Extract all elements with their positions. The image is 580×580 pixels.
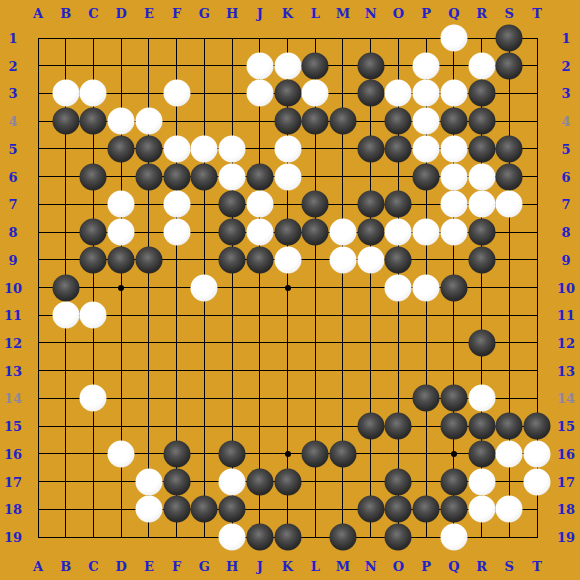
row-label-left: 6 bbox=[8, 170, 17, 183]
star-point bbox=[118, 285, 124, 291]
row-label-left: 11 bbox=[4, 309, 22, 322]
grid-line-horizontal bbox=[38, 315, 538, 316]
black-stone[interactable] bbox=[191, 496, 218, 523]
row-label-right: 14 bbox=[557, 392, 575, 405]
column-label-top: F bbox=[172, 7, 181, 20]
column-label-bottom: T bbox=[532, 560, 542, 573]
white-stone[interactable] bbox=[135, 468, 162, 495]
column-label-top: B bbox=[60, 7, 71, 20]
row-label-right: 2 bbox=[561, 59, 570, 72]
black-stone[interactable] bbox=[135, 163, 162, 190]
black-stone[interactable] bbox=[163, 468, 190, 495]
white-stone[interactable] bbox=[52, 80, 79, 107]
white-stone[interactable] bbox=[246, 219, 273, 246]
column-label-bottom: K bbox=[282, 560, 293, 573]
black-stone[interactable] bbox=[440, 496, 467, 523]
black-stone[interactable] bbox=[385, 191, 412, 218]
white-stone[interactable] bbox=[108, 219, 135, 246]
black-stone[interactable] bbox=[302, 191, 329, 218]
black-stone[interactable] bbox=[329, 524, 356, 551]
white-stone[interactable] bbox=[108, 108, 135, 135]
white-stone[interactable] bbox=[163, 219, 190, 246]
black-stone[interactable] bbox=[274, 468, 301, 495]
white-stone[interactable] bbox=[385, 274, 412, 301]
column-label-bottom: D bbox=[116, 560, 127, 573]
black-stone[interactable] bbox=[468, 440, 495, 467]
black-stone[interactable] bbox=[468, 80, 495, 107]
white-stone[interactable] bbox=[135, 496, 162, 523]
white-stone[interactable] bbox=[413, 52, 440, 79]
black-stone[interactable] bbox=[80, 246, 107, 273]
column-label-bottom: E bbox=[144, 560, 154, 573]
black-stone[interactable] bbox=[440, 413, 467, 440]
white-stone[interactable] bbox=[385, 80, 412, 107]
white-stone[interactable] bbox=[52, 302, 79, 329]
column-label-bottom: M bbox=[336, 560, 350, 573]
column-label-top: J bbox=[257, 7, 263, 20]
black-stone[interactable] bbox=[246, 468, 273, 495]
black-stone[interactable] bbox=[219, 440, 246, 467]
black-stone[interactable] bbox=[468, 413, 495, 440]
black-stone[interactable] bbox=[385, 108, 412, 135]
row-label-right: 6 bbox=[561, 170, 570, 183]
column-label-top: R bbox=[476, 7, 487, 20]
white-stone[interactable] bbox=[440, 163, 467, 190]
white-stone[interactable] bbox=[385, 219, 412, 246]
row-label-left: 2 bbox=[8, 59, 17, 72]
column-label-top: T bbox=[532, 7, 542, 20]
black-stone[interactable] bbox=[246, 163, 273, 190]
white-stone[interactable] bbox=[163, 80, 190, 107]
white-stone[interactable] bbox=[80, 385, 107, 412]
white-stone[interactable] bbox=[524, 468, 551, 495]
black-stone[interactable] bbox=[496, 52, 523, 79]
row-label-right: 17 bbox=[557, 475, 575, 488]
black-stone[interactable] bbox=[357, 413, 384, 440]
black-stone[interactable] bbox=[80, 219, 107, 246]
grid-line-horizontal bbox=[38, 370, 538, 371]
black-stone[interactable] bbox=[413, 385, 440, 412]
black-stone[interactable] bbox=[246, 246, 273, 273]
column-label-top: K bbox=[282, 7, 293, 20]
row-label-left: 1 bbox=[8, 32, 17, 45]
grid-line-horizontal bbox=[38, 342, 538, 343]
row-label-right: 5 bbox=[561, 142, 570, 155]
black-stone[interactable] bbox=[413, 496, 440, 523]
white-stone[interactable] bbox=[302, 80, 329, 107]
black-stone[interactable] bbox=[108, 246, 135, 273]
row-label-right: 18 bbox=[557, 503, 575, 516]
white-stone[interactable] bbox=[191, 274, 218, 301]
row-label-left: 12 bbox=[4, 336, 22, 349]
column-label-bottom: F bbox=[172, 560, 181, 573]
black-stone[interactable] bbox=[274, 108, 301, 135]
white-stone[interactable] bbox=[468, 385, 495, 412]
row-label-right: 11 bbox=[557, 309, 575, 322]
row-label-left: 10 bbox=[4, 281, 22, 294]
white-stone[interactable] bbox=[496, 191, 523, 218]
white-stone[interactable] bbox=[524, 440, 551, 467]
white-stone[interactable] bbox=[219, 524, 246, 551]
column-label-top: N bbox=[365, 7, 377, 20]
white-stone[interactable] bbox=[440, 524, 467, 551]
black-stone[interactable] bbox=[108, 135, 135, 162]
white-stone[interactable] bbox=[440, 219, 467, 246]
black-stone[interactable] bbox=[274, 80, 301, 107]
white-stone[interactable] bbox=[413, 135, 440, 162]
black-stone[interactable] bbox=[302, 108, 329, 135]
white-stone[interactable] bbox=[274, 246, 301, 273]
row-label-right: 3 bbox=[561, 87, 570, 100]
column-label-bottom: J bbox=[257, 560, 263, 573]
column-label-top: L bbox=[311, 7, 320, 20]
black-stone[interactable] bbox=[163, 440, 190, 467]
white-stone[interactable] bbox=[468, 191, 495, 218]
black-stone[interactable] bbox=[496, 25, 523, 52]
row-label-left: 5 bbox=[8, 142, 17, 155]
white-stone[interactable] bbox=[274, 135, 301, 162]
row-label-left: 3 bbox=[8, 87, 17, 100]
white-stone[interactable] bbox=[468, 163, 495, 190]
white-stone[interactable] bbox=[80, 80, 107, 107]
white-stone[interactable] bbox=[274, 52, 301, 79]
column-label-bottom: A bbox=[33, 560, 43, 573]
column-label-bottom: R bbox=[476, 560, 487, 573]
black-stone[interactable] bbox=[357, 496, 384, 523]
white-stone[interactable] bbox=[135, 108, 162, 135]
white-stone[interactable] bbox=[440, 25, 467, 52]
row-label-left: 4 bbox=[8, 115, 17, 128]
black-stone[interactable] bbox=[357, 52, 384, 79]
black-stone[interactable] bbox=[413, 163, 440, 190]
white-stone[interactable] bbox=[468, 496, 495, 523]
white-stone[interactable] bbox=[108, 440, 135, 467]
white-stone[interactable] bbox=[468, 468, 495, 495]
row-label-right: 13 bbox=[557, 364, 575, 377]
row-label-left: 9 bbox=[8, 253, 17, 266]
white-stone[interactable] bbox=[219, 135, 246, 162]
column-label-bottom: G bbox=[199, 560, 210, 573]
white-stone[interactable] bbox=[246, 80, 273, 107]
white-stone[interactable] bbox=[329, 219, 356, 246]
star-point bbox=[285, 451, 291, 457]
row-label-right: 8 bbox=[561, 226, 570, 239]
black-stone[interactable] bbox=[468, 108, 495, 135]
black-stone[interactable] bbox=[302, 52, 329, 79]
black-stone[interactable] bbox=[219, 246, 246, 273]
black-stone[interactable] bbox=[135, 135, 162, 162]
row-label-right: 16 bbox=[557, 447, 575, 460]
white-stone[interactable] bbox=[191, 135, 218, 162]
black-stone[interactable] bbox=[440, 108, 467, 135]
white-stone[interactable] bbox=[440, 191, 467, 218]
column-label-bottom: B bbox=[60, 560, 71, 573]
column-label-top: P bbox=[421, 7, 431, 20]
row-label-left: 19 bbox=[4, 531, 22, 544]
white-stone[interactable] bbox=[80, 302, 107, 329]
black-stone[interactable] bbox=[357, 219, 384, 246]
white-stone[interactable] bbox=[496, 496, 523, 523]
column-label-bottom: H bbox=[226, 560, 238, 573]
black-stone[interactable] bbox=[385, 246, 412, 273]
black-stone[interactable] bbox=[468, 219, 495, 246]
go-board[interactable]: AABBCCDDEEFFGGHHJJKKLLMMNNOOPPQQRRSSTT11… bbox=[0, 0, 580, 580]
black-stone[interactable] bbox=[496, 163, 523, 190]
black-stone[interactable] bbox=[163, 496, 190, 523]
black-stone[interactable] bbox=[219, 496, 246, 523]
column-label-top: G bbox=[199, 7, 210, 20]
black-stone[interactable] bbox=[357, 80, 384, 107]
row-label-left: 16 bbox=[4, 447, 22, 460]
grid-line-vertical bbox=[370, 38, 371, 538]
row-label-right: 9 bbox=[561, 253, 570, 266]
row-label-right: 1 bbox=[561, 32, 570, 45]
column-label-bottom: N bbox=[365, 560, 377, 573]
row-label-right: 4 bbox=[561, 115, 570, 128]
black-stone[interactable] bbox=[385, 468, 412, 495]
column-label-bottom: S bbox=[505, 560, 514, 573]
column-label-top: D bbox=[116, 7, 127, 20]
white-stone[interactable] bbox=[219, 163, 246, 190]
column-label-top: E bbox=[144, 7, 154, 20]
white-stone[interactable] bbox=[219, 468, 246, 495]
white-stone[interactable] bbox=[496, 440, 523, 467]
column-label-bottom: P bbox=[421, 560, 431, 573]
row-label-left: 7 bbox=[8, 198, 17, 211]
row-label-left: 17 bbox=[4, 475, 22, 488]
row-label-right: 19 bbox=[557, 531, 575, 544]
black-stone[interactable] bbox=[302, 440, 329, 467]
black-stone[interactable] bbox=[191, 163, 218, 190]
row-label-left: 15 bbox=[4, 420, 22, 433]
row-label-right: 7 bbox=[561, 198, 570, 211]
black-stone[interactable] bbox=[80, 108, 107, 135]
white-stone[interactable] bbox=[163, 135, 190, 162]
star-point bbox=[451, 451, 457, 457]
column-label-top: A bbox=[33, 7, 43, 20]
black-stone[interactable] bbox=[357, 135, 384, 162]
black-stone[interactable] bbox=[357, 191, 384, 218]
column-label-bottom: Q bbox=[448, 560, 459, 573]
black-stone[interactable] bbox=[246, 524, 273, 551]
black-stone[interactable] bbox=[496, 135, 523, 162]
black-stone[interactable] bbox=[385, 524, 412, 551]
black-stone[interactable] bbox=[440, 468, 467, 495]
row-label-right: 10 bbox=[557, 281, 575, 294]
white-stone[interactable] bbox=[413, 80, 440, 107]
black-stone[interactable] bbox=[385, 413, 412, 440]
white-stone[interactable] bbox=[440, 135, 467, 162]
black-stone[interactable] bbox=[524, 413, 551, 440]
black-stone[interactable] bbox=[329, 440, 356, 467]
white-stone[interactable] bbox=[468, 52, 495, 79]
black-stone[interactable] bbox=[163, 163, 190, 190]
black-stone[interactable] bbox=[329, 108, 356, 135]
white-stone[interactable] bbox=[357, 246, 384, 273]
white-stone[interactable] bbox=[108, 191, 135, 218]
row-label-right: 12 bbox=[557, 336, 575, 349]
black-stone[interactable] bbox=[274, 219, 301, 246]
black-stone[interactable] bbox=[440, 385, 467, 412]
black-stone[interactable] bbox=[135, 246, 162, 273]
white-stone[interactable] bbox=[440, 80, 467, 107]
column-label-bottom: O bbox=[393, 560, 404, 573]
row-label-left: 13 bbox=[4, 364, 22, 377]
white-stone[interactable] bbox=[413, 274, 440, 301]
row-label-left: 8 bbox=[8, 226, 17, 239]
column-label-bottom: L bbox=[311, 560, 320, 573]
black-stone[interactable] bbox=[52, 108, 79, 135]
column-label-top: O bbox=[393, 7, 404, 20]
white-stone[interactable] bbox=[274, 163, 301, 190]
column-label-top: Q bbox=[448, 7, 459, 20]
column-label-top: M bbox=[336, 7, 350, 20]
column-label-top: H bbox=[226, 7, 238, 20]
column-label-top: S bbox=[505, 7, 514, 20]
black-stone[interactable] bbox=[302, 219, 329, 246]
black-stone[interactable] bbox=[219, 219, 246, 246]
star-point bbox=[285, 285, 291, 291]
row-label-right: 15 bbox=[557, 420, 575, 433]
black-stone[interactable] bbox=[468, 135, 495, 162]
black-stone[interactable] bbox=[385, 496, 412, 523]
white-stone[interactable] bbox=[163, 191, 190, 218]
row-label-left: 14 bbox=[4, 392, 22, 405]
column-label-top: C bbox=[88, 7, 98, 20]
white-stone[interactable] bbox=[413, 219, 440, 246]
black-stone[interactable] bbox=[80, 163, 107, 190]
column-label-bottom: C bbox=[88, 560, 98, 573]
black-stone[interactable] bbox=[468, 246, 495, 273]
white-stone[interactable] bbox=[246, 191, 273, 218]
white-stone[interactable] bbox=[329, 246, 356, 273]
black-stone[interactable] bbox=[496, 413, 523, 440]
black-stone[interactable] bbox=[385, 135, 412, 162]
white-stone[interactable] bbox=[413, 108, 440, 135]
black-stone[interactable] bbox=[274, 524, 301, 551]
black-stone[interactable] bbox=[219, 191, 246, 218]
black-stone[interactable] bbox=[440, 274, 467, 301]
black-stone[interactable] bbox=[468, 329, 495, 356]
white-stone[interactable] bbox=[246, 52, 273, 79]
black-stone[interactable] bbox=[52, 274, 79, 301]
row-label-left: 18 bbox=[4, 503, 22, 516]
